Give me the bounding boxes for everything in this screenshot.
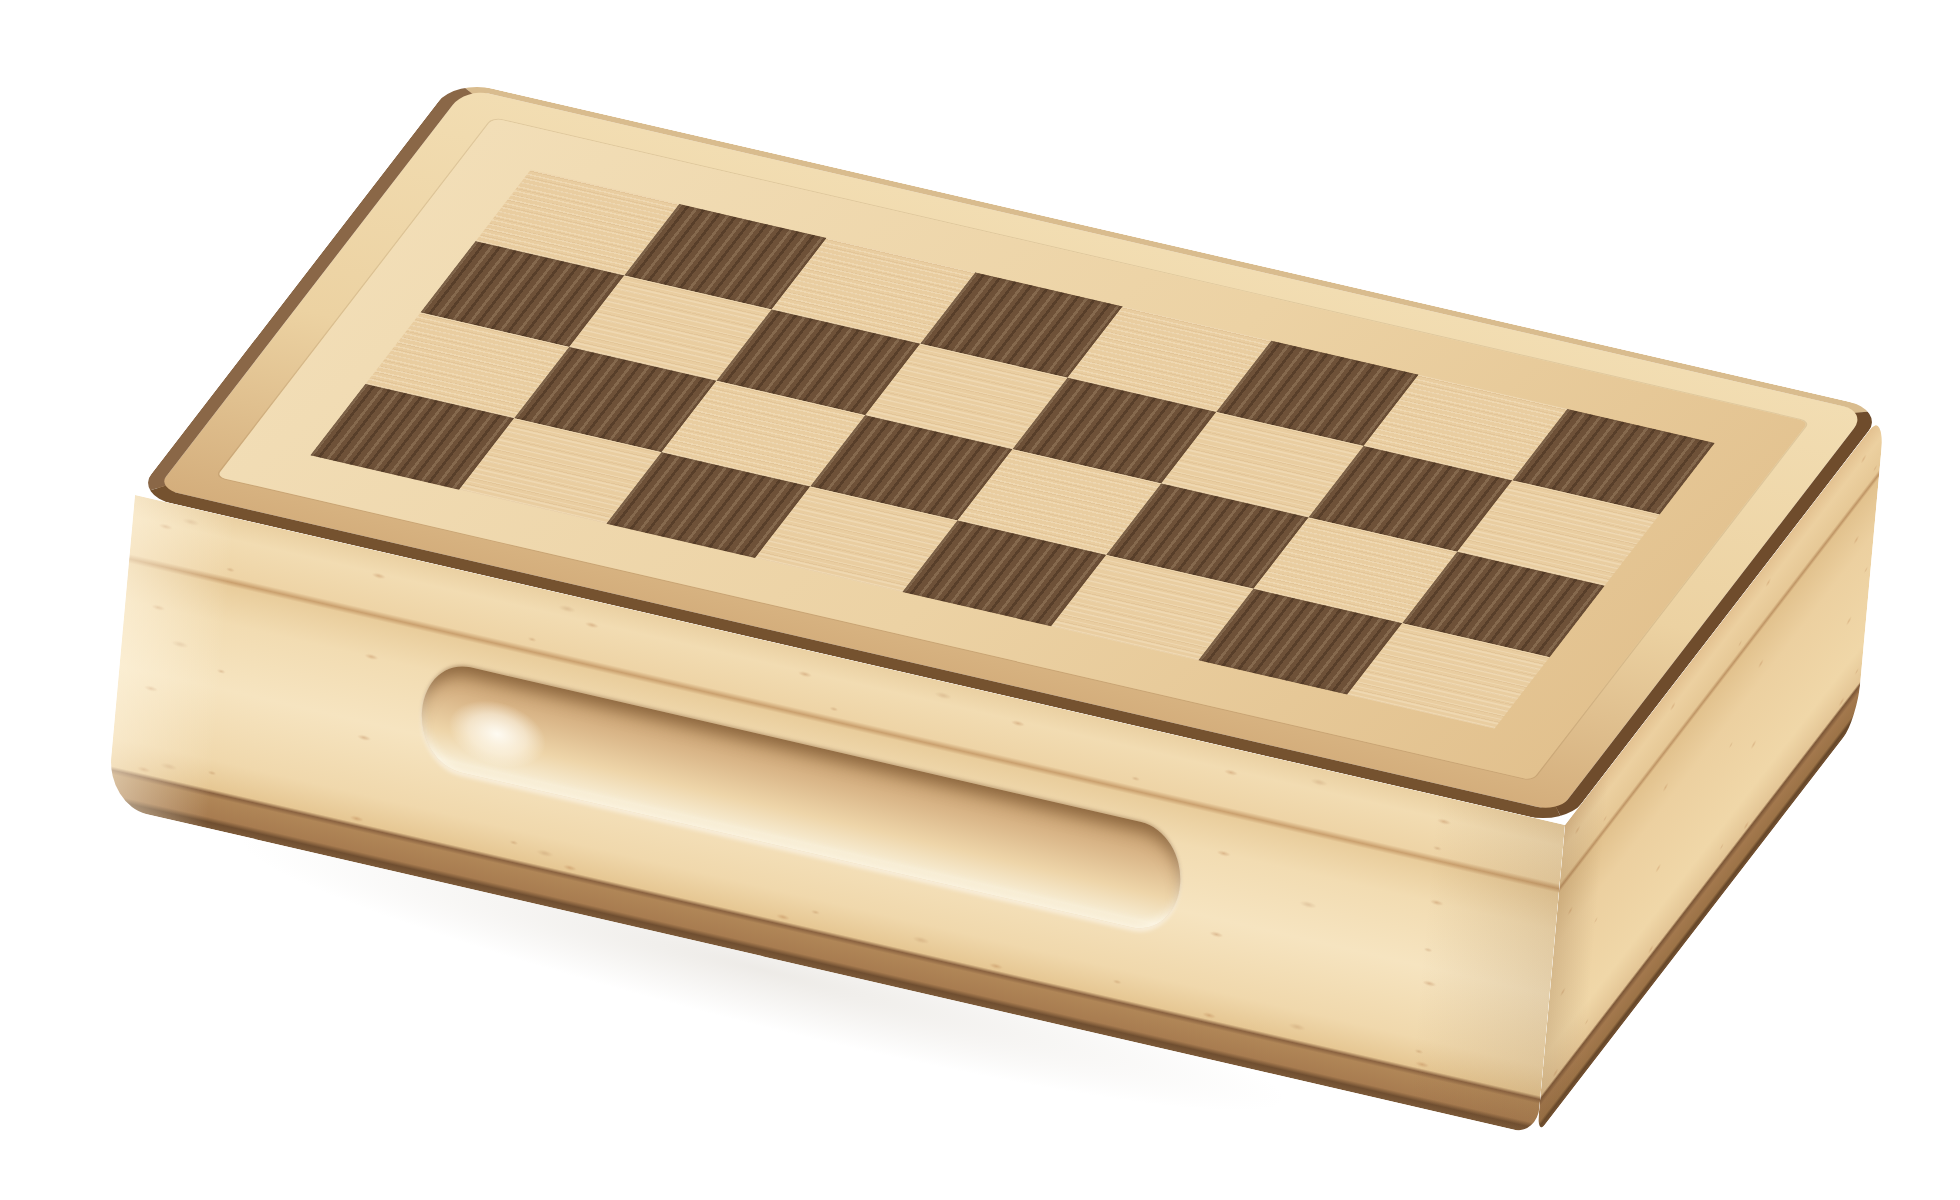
groove-highlight-icon <box>429 677 565 791</box>
scene <box>0 0 1960 1200</box>
